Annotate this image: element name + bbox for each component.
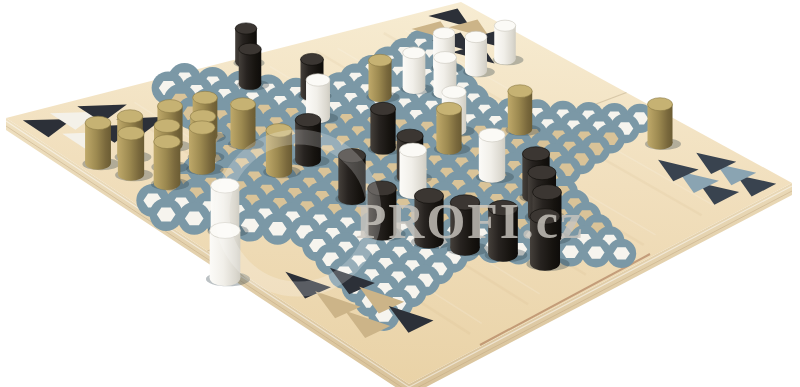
- product-photo: PROFI.cz: [0, 0, 800, 387]
- peg-top: [436, 102, 461, 115]
- peg-top: [230, 98, 255, 111]
- peg-top: [306, 74, 330, 86]
- peg-top: [118, 126, 144, 140]
- peg-top: [189, 121, 215, 135]
- peg-top: [193, 91, 218, 104]
- peg-top: [117, 110, 143, 123]
- peg-top: [235, 23, 257, 34]
- peg-top: [154, 119, 180, 133]
- peg-top: [239, 43, 262, 55]
- peg-top: [465, 31, 487, 42]
- peg-top: [370, 102, 395, 115]
- peg-top: [528, 165, 556, 180]
- peg-top: [301, 53, 324, 65]
- peg-top: [85, 116, 111, 129]
- peg-top: [647, 98, 672, 111]
- watermark-text: PROFI.cz: [356, 193, 584, 249]
- peg-top: [154, 135, 181, 149]
- peg-top: [508, 85, 532, 98]
- peg-top: [397, 129, 423, 143]
- peg-top: [479, 128, 505, 142]
- peg-top: [433, 28, 455, 39]
- peg-top: [434, 52, 457, 64]
- peg-top: [157, 100, 182, 113]
- peg-top: [403, 47, 426, 59]
- peg-top: [442, 86, 466, 99]
- peg-top: [399, 143, 426, 157]
- peg-top: [295, 113, 321, 126]
- peg-top: [368, 54, 391, 66]
- peg-top: [494, 20, 515, 31]
- peg-top: [522, 147, 549, 161]
